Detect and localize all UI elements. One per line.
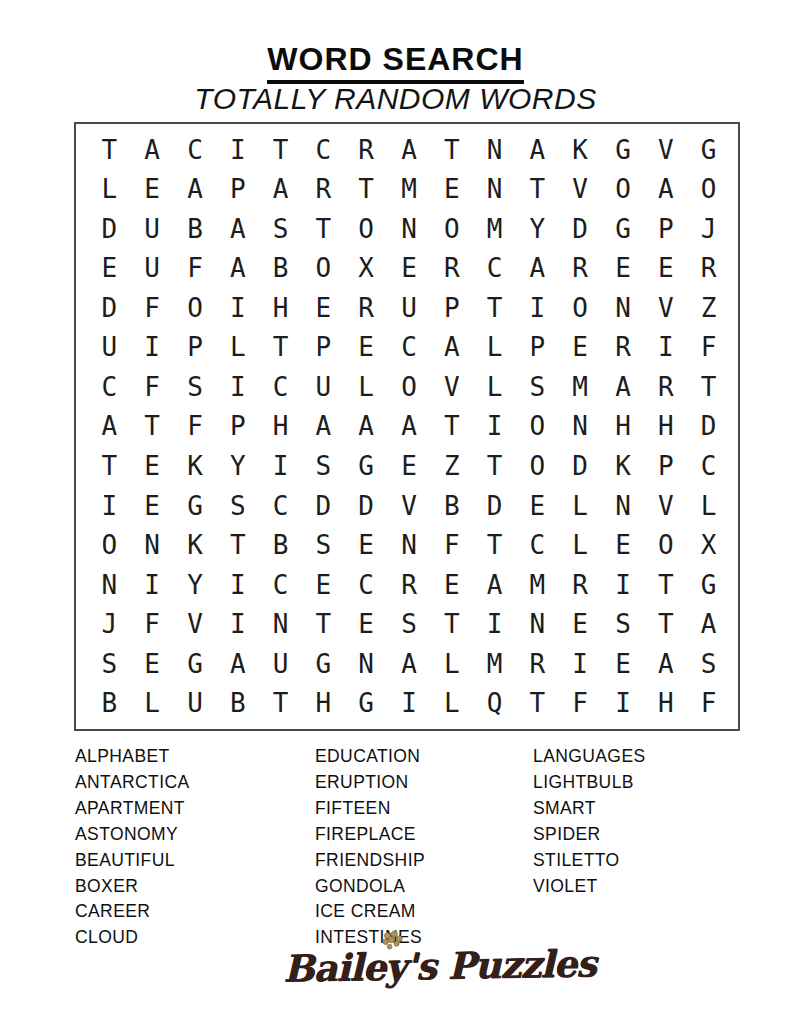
grid-cell-r6c8[interactable]: C xyxy=(388,328,431,368)
grid-cell-r8c8[interactable]: A xyxy=(388,407,431,447)
word-item: BOXER xyxy=(75,874,190,900)
grid-cell-r9c4[interactable]: Y xyxy=(216,446,259,486)
grid-cell-r6c7[interactable]: E xyxy=(345,328,388,368)
grid-cell-r9c13[interactable]: K xyxy=(602,446,645,486)
word-item: FIFTEEN xyxy=(315,796,425,822)
grid-cell-r3c4[interactable]: A xyxy=(216,209,259,249)
grid-cell-r10c5[interactable]: C xyxy=(259,486,302,526)
grid-cell-r12c4[interactable]: I xyxy=(216,565,259,605)
grid-cell-r4c12[interactable]: R xyxy=(559,249,602,289)
grid-cell-r13c1[interactable]: J xyxy=(88,604,131,644)
baileys-puzzles-logo: Bailey's Puzzles xyxy=(282,933,573,1002)
grid-cell-r2c11[interactable]: T xyxy=(516,170,559,210)
grid-cell-r11c15[interactable]: X xyxy=(687,525,730,565)
grid-cell-r8c13[interactable]: H xyxy=(602,407,645,447)
grid-cell-r2c5[interactable]: A xyxy=(259,170,302,210)
grid-cell-r7c12[interactable]: M xyxy=(559,367,602,407)
grid-cell-r1c6[interactable]: C xyxy=(302,130,345,170)
grid-cell-r6c12[interactable]: E xyxy=(559,328,602,368)
grid-cell-r7c1[interactable]: C xyxy=(88,367,131,407)
grid-cell-r4c1[interactable]: E xyxy=(88,249,131,289)
grid-cell-r10c14[interactable]: V xyxy=(644,486,687,526)
grid-cell-r13c10[interactable]: I xyxy=(473,604,516,644)
grid-cell-r8c10[interactable]: I xyxy=(473,407,516,447)
grid-cell-r7c5[interactable]: C xyxy=(259,367,302,407)
grid-cell-r5c8[interactable]: U xyxy=(388,288,431,328)
grid-cell-r1c4[interactable]: I xyxy=(216,130,259,170)
word-item: ERUPTION xyxy=(315,770,425,796)
grid-cell-r1c8[interactable]: A xyxy=(388,130,431,170)
grid-cell-r8c15[interactable]: D xyxy=(687,407,730,447)
grid-cell-r6c5[interactable]: T xyxy=(259,328,302,368)
grid-cell-r4c8[interactable]: E xyxy=(388,249,431,289)
grid-cell-r11c6[interactable]: S xyxy=(302,525,345,565)
grid-cell-r10c15[interactable]: L xyxy=(687,486,730,526)
grid-cell-r15c1[interactable]: B xyxy=(88,683,131,723)
grid-cell-r11c12[interactable]: L xyxy=(559,525,602,565)
grid-cell-r8c2[interactable]: T xyxy=(131,407,174,447)
grid-cell-r6c13[interactable]: R xyxy=(602,328,645,368)
grid-cell-r4c11[interactable]: A xyxy=(516,249,559,289)
word-item: LIGHTBULB xyxy=(533,770,646,796)
grid-cell-r12c1[interactable]: N xyxy=(88,565,131,605)
grid-cell-r15c13[interactable]: I xyxy=(602,683,645,723)
grid-cell-r9c12[interactable]: D xyxy=(559,446,602,486)
grid-cell-r13c8[interactable]: S xyxy=(388,604,431,644)
grid-cell-r10c10[interactable]: D xyxy=(473,486,516,526)
grid-cell-r12c11[interactable]: M xyxy=(516,565,559,605)
grid-cell-r1c9[interactable]: T xyxy=(430,130,473,170)
word-item: ANTARCTICA xyxy=(75,770,190,796)
grid-cell-r7c11[interactable]: S xyxy=(516,367,559,407)
word-grid: TACITCRATNAKGVGLEAPARTMENTVOAODUBASTONOM… xyxy=(74,122,740,731)
grid-cell-r11c4[interactable]: T xyxy=(216,525,259,565)
grid-cell-r6c2[interactable]: I xyxy=(131,328,174,368)
grid-cell-r5c12[interactable]: O xyxy=(559,288,602,328)
grid-cell-r2c8[interactable]: M xyxy=(388,170,431,210)
grid-cell-r12c3[interactable]: Y xyxy=(174,565,217,605)
grid-cell-r14c5[interactable]: U xyxy=(259,644,302,684)
grid-cell-r9c2[interactable]: E xyxy=(131,446,174,486)
grid-cell-r10c4[interactable]: S xyxy=(216,486,259,526)
grid-cell-r7c9[interactable]: V xyxy=(430,367,473,407)
grid-cell-r11c14[interactable]: O xyxy=(644,525,687,565)
grid-cell-r9c3[interactable]: K xyxy=(174,446,217,486)
grid-cell-r2c15[interactable]: O xyxy=(687,170,730,210)
word-item: APARTMENT xyxy=(75,796,190,822)
grid-cell-r7c8[interactable]: O xyxy=(388,367,431,407)
grid-cell-r13c12[interactable]: E xyxy=(559,604,602,644)
grid-cell-r12c2[interactable]: I xyxy=(131,565,174,605)
grid-cell-r2c9[interactable]: E xyxy=(430,170,473,210)
grid-cell-r8c3[interactable]: F xyxy=(174,407,217,447)
grid-cell-r13c2[interactable]: F xyxy=(131,604,174,644)
grid-cell-r5c13[interactable]: N xyxy=(602,288,645,328)
grid-cell-r9c15[interactable]: C xyxy=(687,446,730,486)
grid-cell-r10c13[interactable]: N xyxy=(602,486,645,526)
grid-cell-r9c7[interactable]: G xyxy=(345,446,388,486)
word-item: STILETTO xyxy=(533,848,646,874)
grid-cell-r5c11[interactable]: I xyxy=(516,288,559,328)
grid-cell-r15c4[interactable]: B xyxy=(216,683,259,723)
grid-cell-r4c10[interactable]: C xyxy=(473,249,516,289)
grid-cell-r11c2[interactable]: N xyxy=(131,525,174,565)
word-item: SMART xyxy=(533,796,646,822)
word-item: FRIENDSHIP xyxy=(315,848,425,874)
grid-cell-r8c5[interactable]: H xyxy=(259,407,302,447)
grid-cell-r14c8[interactable]: A xyxy=(388,644,431,684)
grid-cell-r14c15[interactable]: S xyxy=(687,644,730,684)
grid-cell-r11c10[interactable]: T xyxy=(473,525,516,565)
grid-cell-r2c10[interactable]: N xyxy=(473,170,516,210)
grid-cell-r15c3[interactable]: U xyxy=(174,683,217,723)
grid-cell-r9c10[interactable]: T xyxy=(473,446,516,486)
grid-cell-r13c6[interactable]: T xyxy=(302,604,345,644)
grid-cell-r10c9[interactable]: B xyxy=(430,486,473,526)
grid-cell-r4c5[interactable]: B xyxy=(259,249,302,289)
grid-cell-r8c1[interactable]: A xyxy=(88,407,131,447)
grid-cell-r1c5[interactable]: T xyxy=(259,130,302,170)
word-list-column-3: LANGUAGESLIGHTBULBSMARTSPIDERSTILETTOVIO… xyxy=(533,744,646,899)
grid-cell-r9c14[interactable]: P xyxy=(644,446,687,486)
grid-cell-r13c11[interactable]: N xyxy=(516,604,559,644)
grid-cell-r12c15[interactable]: G xyxy=(687,565,730,605)
grid-cell-r3c11[interactable]: Y xyxy=(516,209,559,249)
grid-cell-r5c10[interactable]: T xyxy=(473,288,516,328)
grid-cell-r8c14[interactable]: H xyxy=(644,407,687,447)
grid-cell-r4c13[interactable]: E xyxy=(602,249,645,289)
grid-cell-r6c9[interactable]: A xyxy=(430,328,473,368)
grid-cell-r2c4[interactable]: P xyxy=(216,170,259,210)
grid-cell-r14c13[interactable]: E xyxy=(602,644,645,684)
grid-cell-r4c14[interactable]: E xyxy=(644,249,687,289)
grid-cell-r15c7[interactable]: G xyxy=(345,683,388,723)
grid-cell-r3c12[interactable]: D xyxy=(559,209,602,249)
grid-cell-r7c13[interactable]: A xyxy=(602,367,645,407)
grid-cell-r8c6[interactable]: A xyxy=(302,407,345,447)
grid-cell-r15c14[interactable]: H xyxy=(644,683,687,723)
grid-cell-r4c4[interactable]: A xyxy=(216,249,259,289)
grid-cell-r2c7[interactable]: T xyxy=(345,170,388,210)
grid-cell-r12c12[interactable]: R xyxy=(559,565,602,605)
grid-cell-r3c9[interactable]: O xyxy=(430,209,473,249)
grid-cell-r1c13[interactable]: G xyxy=(602,130,645,170)
subtitle-text: TOTALLY RANDOM WORDS xyxy=(194,82,596,116)
grid-cell-r13c14[interactable]: T xyxy=(644,604,687,644)
grid-cell-r10c11[interactable]: E xyxy=(516,486,559,526)
title-text: WORD SEARCH xyxy=(267,41,523,84)
grid-cell-r12c10[interactable]: A xyxy=(473,565,516,605)
grid-cell-r2c1[interactable]: L xyxy=(88,170,131,210)
word-item: EDUCATION xyxy=(315,744,425,770)
grid-cell-r10c3[interactable]: G xyxy=(174,486,217,526)
grid-cell-r13c3[interactable]: V xyxy=(174,604,217,644)
grid-cell-r3c13[interactable]: G xyxy=(602,209,645,249)
grid-cell-r8c11[interactable]: O xyxy=(516,407,559,447)
grid-cell-r11c5[interactable]: B xyxy=(259,525,302,565)
grid-cell-r7c4[interactable]: I xyxy=(216,367,259,407)
grid-cell-r8c12[interactable]: N xyxy=(559,407,602,447)
grid-cell-r6c3[interactable]: P xyxy=(174,328,217,368)
grid-cell-r13c4[interactable]: I xyxy=(216,604,259,644)
grid-cell-r5c4[interactable]: I xyxy=(216,288,259,328)
grid-cell-r6c15[interactable]: F xyxy=(687,328,730,368)
grid-cell-r3c7[interactable]: O xyxy=(345,209,388,249)
grid-cell-r5c15[interactable]: Z xyxy=(687,288,730,328)
grid-cell-r14c9[interactable]: L xyxy=(430,644,473,684)
grid-cell-r5c9[interactable]: P xyxy=(430,288,473,328)
grid-cell-r14c11[interactable]: R xyxy=(516,644,559,684)
grid-cell-r14c4[interactable]: A xyxy=(216,644,259,684)
word-item: CLOUD xyxy=(75,925,190,951)
grid-cell-r1c2[interactable]: A xyxy=(131,130,174,170)
grid-cell-r14c1[interactable]: S xyxy=(88,644,131,684)
grid-cell-r10c6[interactable]: D xyxy=(302,486,345,526)
grid-cell-r13c5[interactable]: N xyxy=(259,604,302,644)
grid-cell-r15c9[interactable]: L xyxy=(430,683,473,723)
grid-cell-r15c12[interactable]: F xyxy=(559,683,602,723)
grid-cell-r2c2[interactable]: E xyxy=(131,170,174,210)
grid-cell-r6c14[interactable]: I xyxy=(644,328,687,368)
word-item: GONDOLA xyxy=(315,874,425,900)
grid-cell-r12c5[interactable]: C xyxy=(259,565,302,605)
grid-cell-r4c9[interactable]: R xyxy=(430,249,473,289)
grid-cell-r3c6[interactable]: T xyxy=(302,209,345,249)
grid-cell-r4c7[interactable]: X xyxy=(345,249,388,289)
grid-cell-r7c7[interactable]: L xyxy=(345,367,388,407)
grid-cell-r15c15[interactable]: F xyxy=(687,683,730,723)
grid-cell-r15c5[interactable]: T xyxy=(259,683,302,723)
grid-cell-r12c8[interactable]: R xyxy=(388,565,431,605)
grid-cell-r13c9[interactable]: T xyxy=(430,604,473,644)
grid-cell-r11c3[interactable]: K xyxy=(174,525,217,565)
grid-cell-r6c6[interactable]: P xyxy=(302,328,345,368)
grid-cell-r13c7[interactable]: E xyxy=(345,604,388,644)
grid-cell-r10c12[interactable]: L xyxy=(559,486,602,526)
grid-cell-r13c13[interactable]: S xyxy=(602,604,645,644)
grid-cell-r7c2[interactable]: F xyxy=(131,367,174,407)
word-item: ASTONOMY xyxy=(75,822,190,848)
flower-cluster-icon xyxy=(379,930,405,952)
word-list-column-2: EDUCATIONERUPTIONFIFTEENFIREPLACEFRIENDS… xyxy=(315,744,425,951)
word-list-column-1: ALPHABETANTARCTICAAPARTMENTASTONOMYBEAUT… xyxy=(75,744,190,951)
grid-cell-r3c14[interactable]: P xyxy=(644,209,687,249)
grid-cell-r8c9[interactable]: T xyxy=(430,407,473,447)
word-item: SPIDER xyxy=(533,822,646,848)
grid-cell-r6c10[interactable]: L xyxy=(473,328,516,368)
grid-cell-r12c13[interactable]: I xyxy=(602,565,645,605)
puzzle-page: WORD SEARCH TOTALLY RANDOM WORDS TACITCR… xyxy=(0,0,791,1024)
grid-cell-r7c10[interactable]: L xyxy=(473,367,516,407)
grid-cell-r12c7[interactable]: C xyxy=(345,565,388,605)
grid-cell-r3c5[interactable]: S xyxy=(259,209,302,249)
grid-cell-r9c11[interactable]: O xyxy=(516,446,559,486)
grid-cell-r9c6[interactable]: S xyxy=(302,446,345,486)
grid-cell-r3c8[interactable]: N xyxy=(388,209,431,249)
grid-cell-r14c3[interactable]: G xyxy=(174,644,217,684)
grid-cell-r1c14[interactable]: V xyxy=(644,130,687,170)
grid-cell-r1c3[interactable]: C xyxy=(174,130,217,170)
grid-cell-r7c14[interactable]: R xyxy=(644,367,687,407)
grid-cell-r3c3[interactable]: B xyxy=(174,209,217,249)
grid-cell-r9c1[interactable]: T xyxy=(88,446,131,486)
word-item: FIREPLACE xyxy=(315,822,425,848)
grid-cell-r15c10[interactable]: Q xyxy=(473,683,516,723)
grid-cell-r5c6[interactable]: E xyxy=(302,288,345,328)
grid-cell-r7c3[interactable]: S xyxy=(174,367,217,407)
grid-cell-r12c9[interactable]: E xyxy=(430,565,473,605)
grid-cell-r2c6[interactable]: R xyxy=(302,170,345,210)
grid-cell-r8c7[interactable]: A xyxy=(345,407,388,447)
word-item: ALPHABET xyxy=(75,744,190,770)
grid-cell-r14c12[interactable]: I xyxy=(559,644,602,684)
grid-cell-r5c3[interactable]: O xyxy=(174,288,217,328)
grid-cell-r11c13[interactable]: E xyxy=(602,525,645,565)
grid-cell-r12c6[interactable]: E xyxy=(302,565,345,605)
grid-cell-r10c2[interactable]: E xyxy=(131,486,174,526)
grid-cell-r1c1[interactable]: T xyxy=(88,130,131,170)
grid-cell-r4c3[interactable]: F xyxy=(174,249,217,289)
grid-cell-r15c8[interactable]: I xyxy=(388,683,431,723)
grid-cell-r15c2[interactable]: L xyxy=(131,683,174,723)
word-item: LANGUAGES xyxy=(533,744,646,770)
grid-cell-r8c4[interactable]: P xyxy=(216,407,259,447)
word-item: BEAUTIFUL xyxy=(75,848,190,874)
grid-cell-r5c5[interactable]: H xyxy=(259,288,302,328)
grid-cell-r14c6[interactable]: G xyxy=(302,644,345,684)
grid-cell-r14c2[interactable]: E xyxy=(131,644,174,684)
grid-cell-r5c2[interactable]: F xyxy=(131,288,174,328)
grid-cell-r1c12[interactable]: K xyxy=(559,130,602,170)
grid-cell-r1c10[interactable]: N xyxy=(473,130,516,170)
grid-cell-r14c7[interactable]: N xyxy=(345,644,388,684)
grid-cell-r7c6[interactable]: U xyxy=(302,367,345,407)
grid-cell-r12c14[interactable]: T xyxy=(644,565,687,605)
grid-cell-r10c1[interactable]: I xyxy=(88,486,131,526)
grid-cell-r13c15[interactable]: A xyxy=(687,604,730,644)
grid-cell-r6c11[interactable]: P xyxy=(516,328,559,368)
grid-cell-r4c15[interactable]: R xyxy=(687,249,730,289)
grid-cell-r3c15[interactable]: J xyxy=(687,209,730,249)
grid-cell-r1c11[interactable]: A xyxy=(516,130,559,170)
page-subtitle: TOTALLY RANDOM WORDS xyxy=(0,82,791,116)
grid-cell-r5c14[interactable]: V xyxy=(644,288,687,328)
word-item: ICE CREAM xyxy=(315,899,425,925)
grid-cell-r7c15[interactable]: T xyxy=(687,367,730,407)
grid-cell-r11c9[interactable]: F xyxy=(430,525,473,565)
grid-cell-r1c15[interactable]: G xyxy=(687,130,730,170)
grid-cell-r10c8[interactable]: V xyxy=(388,486,431,526)
grid-cell-r4c6[interactable]: O xyxy=(302,249,345,289)
grid-cell-r3c2[interactable]: U xyxy=(131,209,174,249)
grid-cell-r9c5[interactable]: I xyxy=(259,446,302,486)
grid-cell-r6c4[interactable]: L xyxy=(216,328,259,368)
grid-cell-r3c10[interactable]: M xyxy=(473,209,516,249)
grid-cell-r15c6[interactable]: H xyxy=(302,683,345,723)
grid-cell-r2c12[interactable]: V xyxy=(559,170,602,210)
grid-cell-r1c7[interactable]: R xyxy=(345,130,388,170)
grid-cell-r11c8[interactable]: N xyxy=(388,525,431,565)
grid-cell-r9c8[interactable]: E xyxy=(388,446,431,486)
grid-cell-r14c14[interactable]: A xyxy=(644,644,687,684)
grid-cell-r5c7[interactable]: R xyxy=(345,288,388,328)
grid-cell-r5c1[interactable]: D xyxy=(88,288,131,328)
page-title: WORD SEARCH xyxy=(0,41,791,84)
grid-cell-r4c2[interactable]: U xyxy=(131,249,174,289)
grid-cell-r11c11[interactable]: C xyxy=(516,525,559,565)
grid-cell-r2c3[interactable]: A xyxy=(174,170,217,210)
grid-cell-r14c10[interactable]: M xyxy=(473,644,516,684)
grid-cell-r2c14[interactable]: A xyxy=(644,170,687,210)
logo-text: Bailey's Puzzles xyxy=(283,941,596,990)
grid-cell-r9c9[interactable]: Z xyxy=(430,446,473,486)
grid-cell-r11c7[interactable]: E xyxy=(345,525,388,565)
grid-cell-r3c1[interactable]: D xyxy=(88,209,131,249)
grid-cell-r2c13[interactable]: O xyxy=(602,170,645,210)
grid-cell-r15c11[interactable]: T xyxy=(516,683,559,723)
grid-cell-r11c1[interactable]: O xyxy=(88,525,131,565)
grid-cell-r10c7[interactable]: D xyxy=(345,486,388,526)
word-item: CAREER xyxy=(75,899,190,925)
grid-cell-r6c1[interactable]: U xyxy=(88,328,131,368)
word-item: VIOLET xyxy=(533,874,646,900)
